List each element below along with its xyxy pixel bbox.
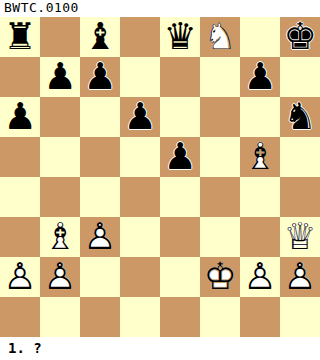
piece-glyph: ♜ (0, 17, 40, 57)
square-a2[interactable]: ♟♙ (0, 257, 40, 297)
square-c5[interactable] (80, 137, 120, 177)
piece-outline-glyph: ♕ (280, 217, 320, 257)
piece-glyph: ♚ (280, 17, 320, 57)
square-f1[interactable] (200, 297, 240, 337)
square-d7[interactable] (120, 57, 160, 97)
square-e5[interactable]: ♟ (160, 137, 200, 177)
black-pawn[interactable]: ♟ (120, 97, 160, 137)
piece-outline-glyph: ♘ (200, 17, 240, 57)
square-e7[interactable] (160, 57, 200, 97)
white-bishop[interactable]: ♝♗ (40, 217, 80, 257)
black-bishop[interactable]: ♝ (80, 17, 120, 57)
white-pawn[interactable]: ♟♙ (0, 257, 40, 297)
piece-outline-glyph: ♗ (40, 217, 80, 257)
black-pawn[interactable]: ♟ (40, 57, 80, 97)
black-queen[interactable]: ♛ (160, 17, 200, 57)
square-a1[interactable] (0, 297, 40, 337)
square-g3[interactable] (240, 217, 280, 257)
black-pawn[interactable]: ♟ (160, 137, 200, 177)
square-h7[interactable] (280, 57, 320, 97)
square-c8[interactable]: ♝ (80, 17, 120, 57)
piece-glyph: ♟ (240, 57, 280, 97)
square-f8[interactable]: ♞♘ (200, 17, 240, 57)
square-a8[interactable]: ♜ (0, 17, 40, 57)
piece-glyph: ♟ (120, 97, 160, 137)
piece-glyph: ♟ (160, 137, 200, 177)
square-e4[interactable] (160, 177, 200, 217)
square-h8[interactable]: ♚ (280, 17, 320, 57)
piece-glyph: ♟ (40, 57, 80, 97)
piece-outline-glyph: ♙ (0, 257, 40, 297)
square-d8[interactable] (120, 17, 160, 57)
square-g5[interactable]: ♝♗ (240, 137, 280, 177)
white-pawn[interactable]: ♟♙ (80, 217, 120, 257)
square-e3[interactable] (160, 217, 200, 257)
piece-glyph: ♞ (280, 97, 320, 137)
square-e1[interactable] (160, 297, 200, 337)
square-f5[interactable] (200, 137, 240, 177)
square-h1[interactable] (280, 297, 320, 337)
square-g8[interactable] (240, 17, 280, 57)
square-f4[interactable] (200, 177, 240, 217)
chess-app-window: BWTC.0100 ♜♝♛♞♘♚♟♟♟♟♟♞♟♝♗♝♗♟♙♛♕♟♙♟♙♚♔♟♙♟… (0, 0, 320, 360)
square-b8[interactable] (40, 17, 80, 57)
square-f3[interactable] (200, 217, 240, 257)
piece-glyph: ♟ (0, 97, 40, 137)
chess-board: ♜♝♛♞♘♚♟♟♟♟♟♞♟♝♗♝♗♟♙♛♕♟♙♟♙♚♔♟♙♟♙ (0, 17, 320, 337)
black-king[interactable]: ♚ (280, 17, 320, 57)
square-g1[interactable] (240, 297, 280, 337)
black-pawn[interactable]: ♟ (240, 57, 280, 97)
black-knight[interactable]: ♞ (280, 97, 320, 137)
square-g6[interactable] (240, 97, 280, 137)
square-g2[interactable]: ♟♙ (240, 257, 280, 297)
white-king[interactable]: ♚♔ (200, 257, 240, 297)
square-f6[interactable] (200, 97, 240, 137)
square-d1[interactable] (120, 297, 160, 337)
white-queen[interactable]: ♛♕ (280, 217, 320, 257)
square-h4[interactable] (280, 177, 320, 217)
square-c2[interactable] (80, 257, 120, 297)
piece-glyph: ♛ (160, 17, 200, 57)
square-f7[interactable] (200, 57, 240, 97)
square-g7[interactable]: ♟ (240, 57, 280, 97)
puzzle-title: BWTC.0100 (0, 0, 320, 17)
square-g4[interactable] (240, 177, 280, 217)
square-a7[interactable] (0, 57, 40, 97)
black-rook[interactable]: ♜ (0, 17, 40, 57)
square-e2[interactable] (160, 257, 200, 297)
square-d5[interactable] (120, 137, 160, 177)
square-b2[interactable]: ♟♙ (40, 257, 80, 297)
move-prompt: 1. ? (0, 337, 320, 360)
white-pawn[interactable]: ♟♙ (280, 257, 320, 297)
square-c7[interactable]: ♟ (80, 57, 120, 97)
piece-outline-glyph: ♙ (80, 217, 120, 257)
white-bishop[interactable]: ♝♗ (240, 137, 280, 177)
square-h5[interactable] (280, 137, 320, 177)
square-c1[interactable] (80, 297, 120, 337)
white-pawn[interactable]: ♟♙ (40, 257, 80, 297)
square-a5[interactable] (0, 137, 40, 177)
square-h3[interactable]: ♛♕ (280, 217, 320, 257)
white-knight[interactable]: ♞♘ (200, 17, 240, 57)
square-a6[interactable]: ♟ (0, 97, 40, 137)
square-b6[interactable] (40, 97, 80, 137)
square-b3[interactable]: ♝♗ (40, 217, 80, 257)
square-e6[interactable] (160, 97, 200, 137)
square-a3[interactable] (0, 217, 40, 257)
square-d4[interactable] (120, 177, 160, 217)
square-c6[interactable] (80, 97, 120, 137)
square-d2[interactable] (120, 257, 160, 297)
square-d6[interactable]: ♟ (120, 97, 160, 137)
square-c4[interactable] (80, 177, 120, 217)
square-c3[interactable]: ♟♙ (80, 217, 120, 257)
black-pawn[interactable]: ♟ (80, 57, 120, 97)
piece-glyph: ♟ (80, 57, 120, 97)
square-b7[interactable]: ♟ (40, 57, 80, 97)
square-b5[interactable] (40, 137, 80, 177)
square-b1[interactable] (40, 297, 80, 337)
piece-outline-glyph: ♙ (280, 257, 320, 297)
square-e8[interactable]: ♛ (160, 17, 200, 57)
white-pawn[interactable]: ♟♙ (240, 257, 280, 297)
square-h6[interactable]: ♞ (280, 97, 320, 137)
piece-outline-glyph: ♙ (40, 257, 80, 297)
piece-glyph: ♝ (80, 17, 120, 57)
square-a4[interactable] (0, 177, 40, 217)
piece-outline-glyph: ♙ (240, 257, 280, 297)
square-f2[interactable]: ♚♔ (200, 257, 240, 297)
square-d3[interactable] (120, 217, 160, 257)
square-h2[interactable]: ♟♙ (280, 257, 320, 297)
piece-outline-glyph: ♗ (240, 137, 280, 177)
black-pawn[interactable]: ♟ (0, 97, 40, 137)
square-b4[interactable] (40, 177, 80, 217)
piece-outline-glyph: ♔ (200, 257, 240, 297)
